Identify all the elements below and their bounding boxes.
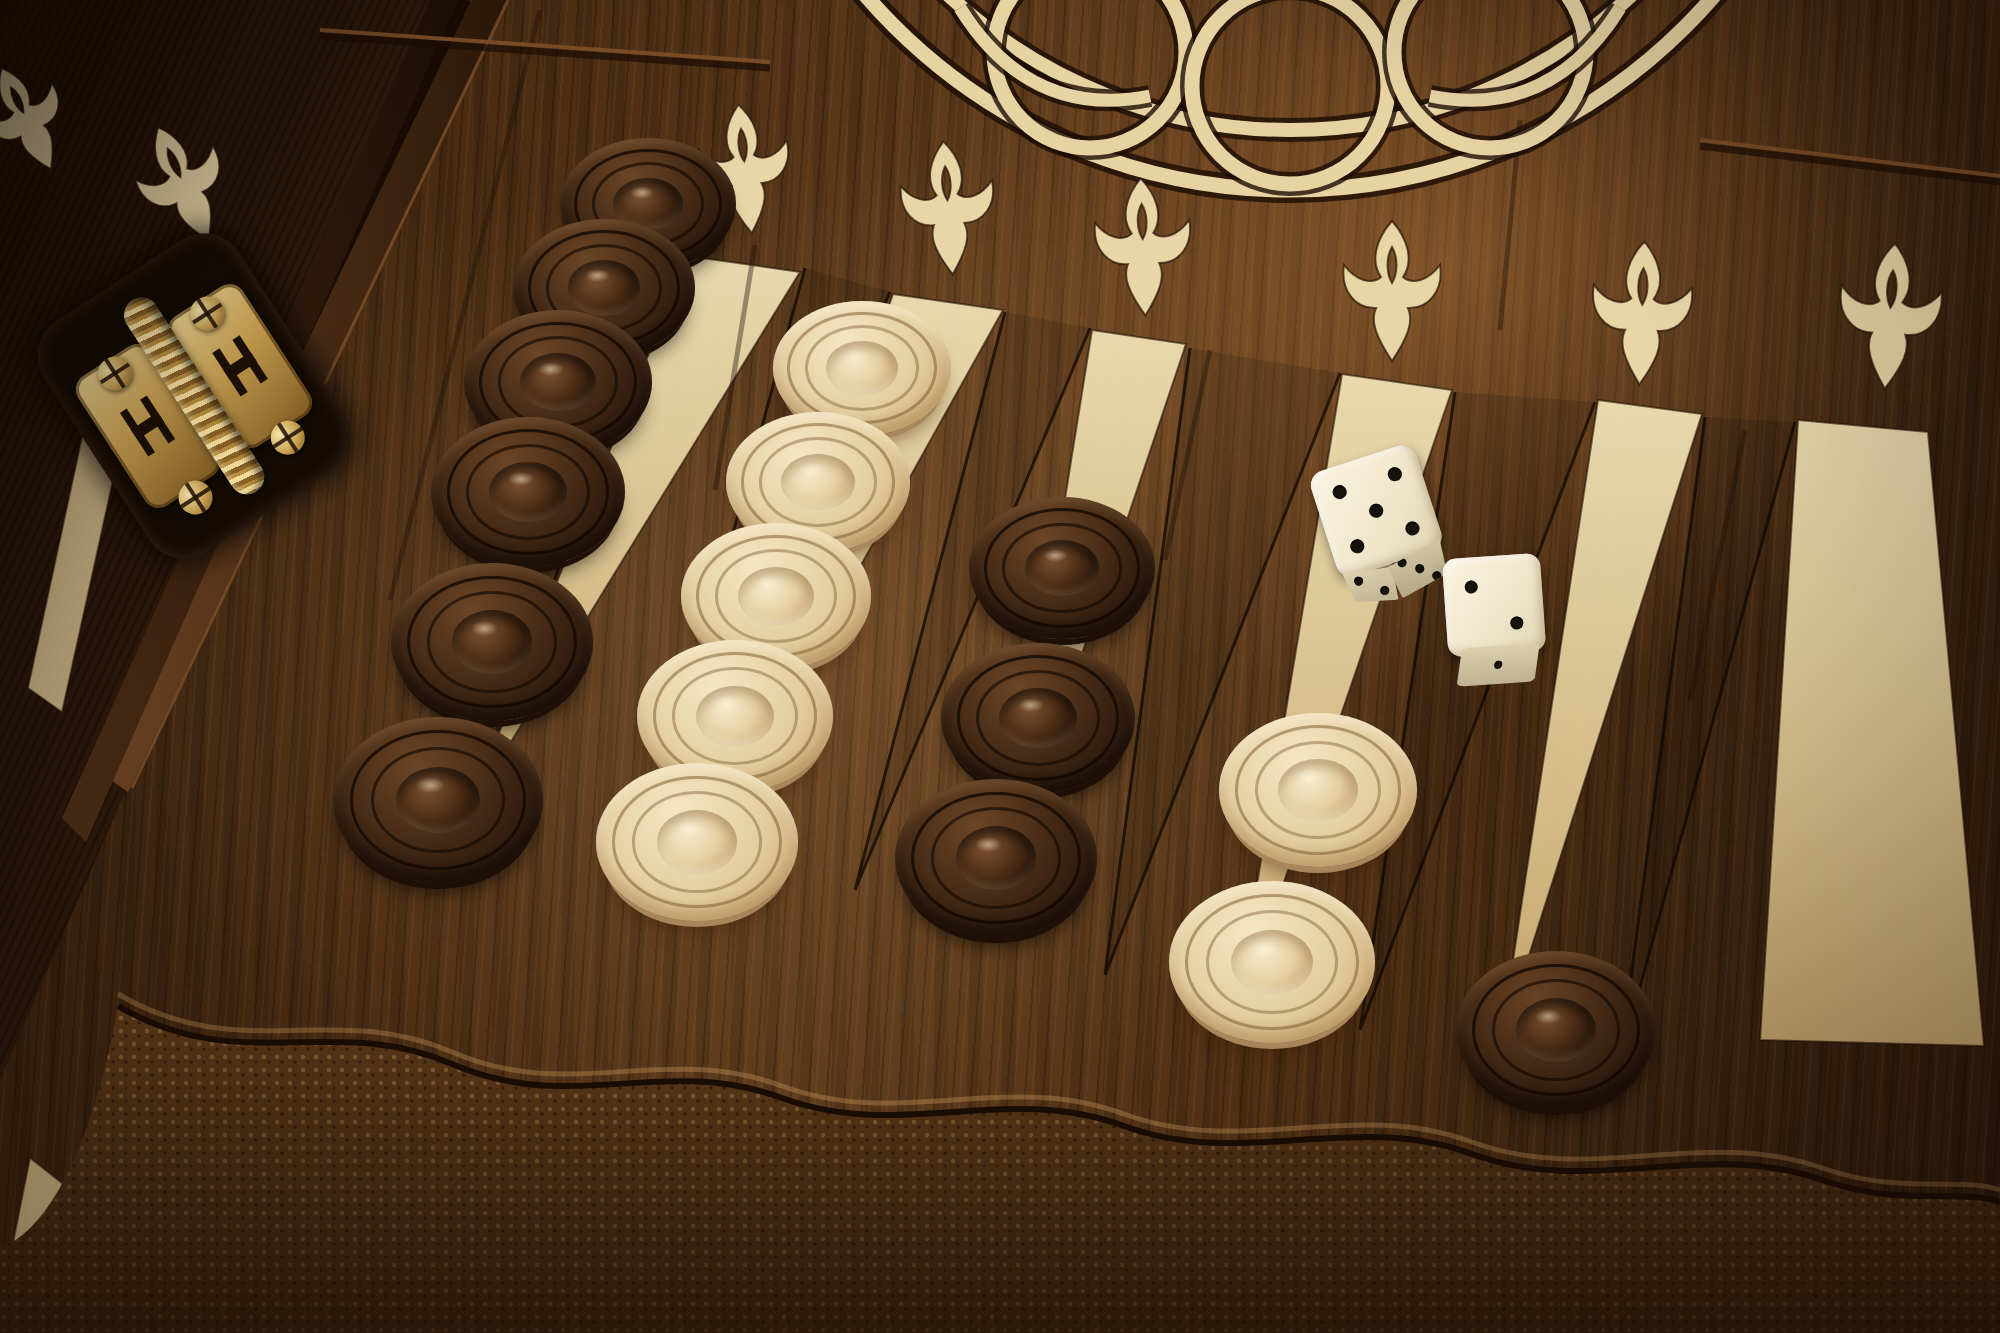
checker-dark[interactable] — [1456, 951, 1656, 1109]
medallion-carving — [730, 0, 1850, 190]
checker-bowl — [396, 767, 480, 833]
fleur-ornament-icon — [1834, 240, 1945, 392]
die-top-face — [1442, 553, 1547, 657]
checker-bowl — [520, 353, 595, 411]
die[interactable] — [1442, 553, 1549, 685]
checker-ring2 — [466, 444, 590, 540]
checker-ring1 — [911, 792, 1081, 925]
checker-bowl — [956, 826, 1037, 889]
frame-rail-shadow — [320, 36, 770, 68]
checker-ring1 — [1185, 894, 1358, 1030]
die-pip — [1403, 520, 1421, 538]
checker-ring1 — [1235, 725, 1401, 854]
die-pip — [1367, 502, 1385, 520]
hinge-engraving — [120, 395, 176, 457]
fleur-ornament-icon — [0, 51, 86, 186]
die-pip — [1431, 570, 1442, 581]
checker-bowl — [696, 686, 774, 747]
die-pip — [1494, 661, 1503, 670]
checker-ring1 — [696, 535, 856, 658]
checker-dark[interactable] — [431, 417, 625, 567]
fleur-ornament-icon — [1343, 221, 1440, 361]
die-pip — [1414, 563, 1425, 574]
frame-rail-shadow — [1700, 146, 2000, 182]
checker-ring1 — [984, 508, 1140, 627]
checker-dark[interactable] — [333, 717, 543, 883]
checker-bowl — [999, 688, 1077, 748]
checker-bowl — [781, 454, 855, 510]
checker-ring2 — [498, 336, 618, 428]
checker-light[interactable] — [596, 763, 798, 921]
backgammon-board-photo — [0, 0, 2000, 1333]
checker-light[interactable] — [1219, 713, 1417, 867]
frame-rail-edge — [1700, 140, 2000, 176]
die-pip — [1464, 580, 1478, 594]
checker-ring2 — [371, 747, 505, 853]
checker-dark[interactable] — [941, 643, 1135, 793]
checker-bowl — [1025, 540, 1099, 597]
checker-bowl — [826, 341, 897, 395]
checker-ring2 — [715, 549, 837, 642]
checker-dark[interactable] — [391, 563, 593, 721]
frame-rail-edge — [320, 30, 770, 62]
checker-bowl — [568, 260, 641, 315]
die-pip — [1510, 616, 1524, 630]
checker-ring1 — [653, 652, 818, 780]
die-pip — [1386, 466, 1404, 484]
checker-bowl — [452, 610, 533, 673]
checker-bowl — [1231, 930, 1313, 995]
checker-dark[interactable] — [895, 779, 1097, 937]
checker-ring2 — [976, 670, 1100, 766]
checker-bowl — [657, 810, 738, 873]
checker-ring2 — [1492, 979, 1620, 1080]
checker-ring2 — [805, 325, 919, 411]
checker-ring1 — [787, 312, 937, 425]
checker-ring2 — [1002, 523, 1121, 614]
die-front-face — [1456, 643, 1540, 687]
checker-ring2 — [672, 667, 797, 764]
checker-bowl — [1278, 759, 1357, 821]
checker-ring1 — [1472, 964, 1640, 1097]
checker-ring2 — [1206, 910, 1338, 1014]
checker-ring2 — [931, 807, 1060, 908]
checker-bowl — [738, 567, 814, 625]
hinge-engraving — [212, 335, 268, 397]
checker-ring2 — [759, 437, 877, 527]
checker-ring1 — [957, 655, 1120, 781]
checker-light[interactable] — [1169, 881, 1375, 1043]
checker-dark[interactable] — [969, 497, 1155, 639]
checker-ring2 — [427, 591, 556, 692]
checker-ring1 — [612, 776, 782, 909]
die-pip — [1331, 484, 1349, 502]
fleur-ornament-icon — [1590, 240, 1694, 386]
fleur-ornament-icon — [897, 138, 998, 277]
checker-bowl — [1516, 998, 1596, 1061]
die-pip — [1353, 576, 1364, 587]
checker-tray — [0, 994, 2000, 1333]
die-pip — [1379, 585, 1390, 596]
checker-ring1 — [447, 429, 610, 555]
light-point — [1760, 420, 1984, 1046]
fleur-ornament-icon — [119, 110, 247, 257]
checker-ring1 — [407, 576, 577, 709]
fleur-ornament-icon — [1093, 177, 1193, 317]
die-pip — [1349, 538, 1367, 556]
checker-ring2 — [632, 791, 761, 892]
checker-ring2 — [1255, 741, 1382, 840]
checker-ring1 — [350, 730, 526, 869]
checker-bowl — [489, 462, 567, 522]
